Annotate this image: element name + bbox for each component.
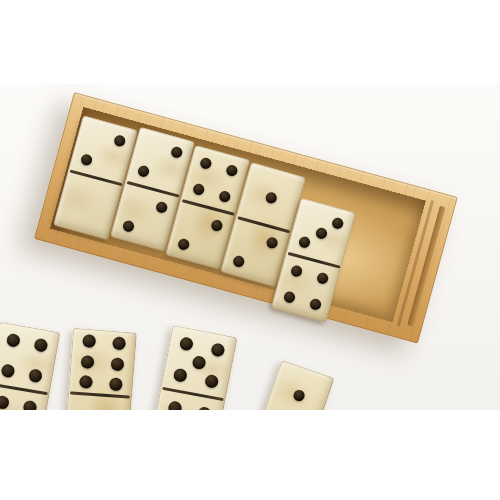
pip — [80, 153, 94, 167]
domino-tile-6-? — [63, 328, 137, 410]
pip — [0, 363, 15, 378]
pip — [200, 156, 214, 170]
pip — [210, 219, 224, 233]
pip — [28, 368, 43, 383]
domino-half-top — [0, 322, 60, 395]
pip — [298, 236, 312, 250]
pip — [283, 291, 297, 305]
pip — [154, 201, 168, 215]
pip — [167, 400, 182, 410]
pip — [290, 264, 304, 278]
pip — [81, 354, 95, 368]
pip — [218, 190, 232, 204]
pip — [23, 400, 38, 410]
pip — [314, 226, 328, 240]
pip — [0, 395, 10, 410]
pip — [210, 342, 225, 357]
pip — [82, 334, 96, 348]
domino-tile-4-4 — [0, 322, 60, 410]
pip — [316, 271, 330, 285]
pip — [110, 357, 124, 371]
pip — [6, 333, 21, 348]
pip — [137, 164, 151, 178]
pip — [225, 163, 239, 177]
pip — [112, 337, 126, 351]
dominoes-box — [34, 92, 458, 344]
pip — [177, 237, 191, 251]
domino-tile-1-? — [245, 360, 334, 410]
pip — [179, 336, 194, 351]
screenshot-canvas — [0, 0, 500, 500]
pip — [264, 190, 278, 204]
pip — [308, 298, 322, 312]
domino-half-top — [68, 328, 137, 398]
pip — [192, 183, 206, 197]
pip — [204, 374, 219, 389]
pip — [191, 355, 206, 370]
pip — [170, 146, 184, 160]
pip — [173, 368, 188, 383]
domino-half-top — [264, 360, 335, 410]
pip — [265, 236, 279, 250]
pip — [79, 375, 93, 389]
box-interior — [50, 107, 426, 322]
photo-area — [0, 84, 500, 410]
pip — [122, 219, 136, 233]
pip — [331, 216, 345, 230]
pip — [113, 134, 127, 148]
pip — [292, 389, 306, 403]
pip — [197, 406, 212, 410]
domino-tile-5-4 — [148, 325, 237, 410]
pip — [34, 338, 49, 353]
pip — [109, 377, 123, 391]
pip — [232, 254, 246, 268]
